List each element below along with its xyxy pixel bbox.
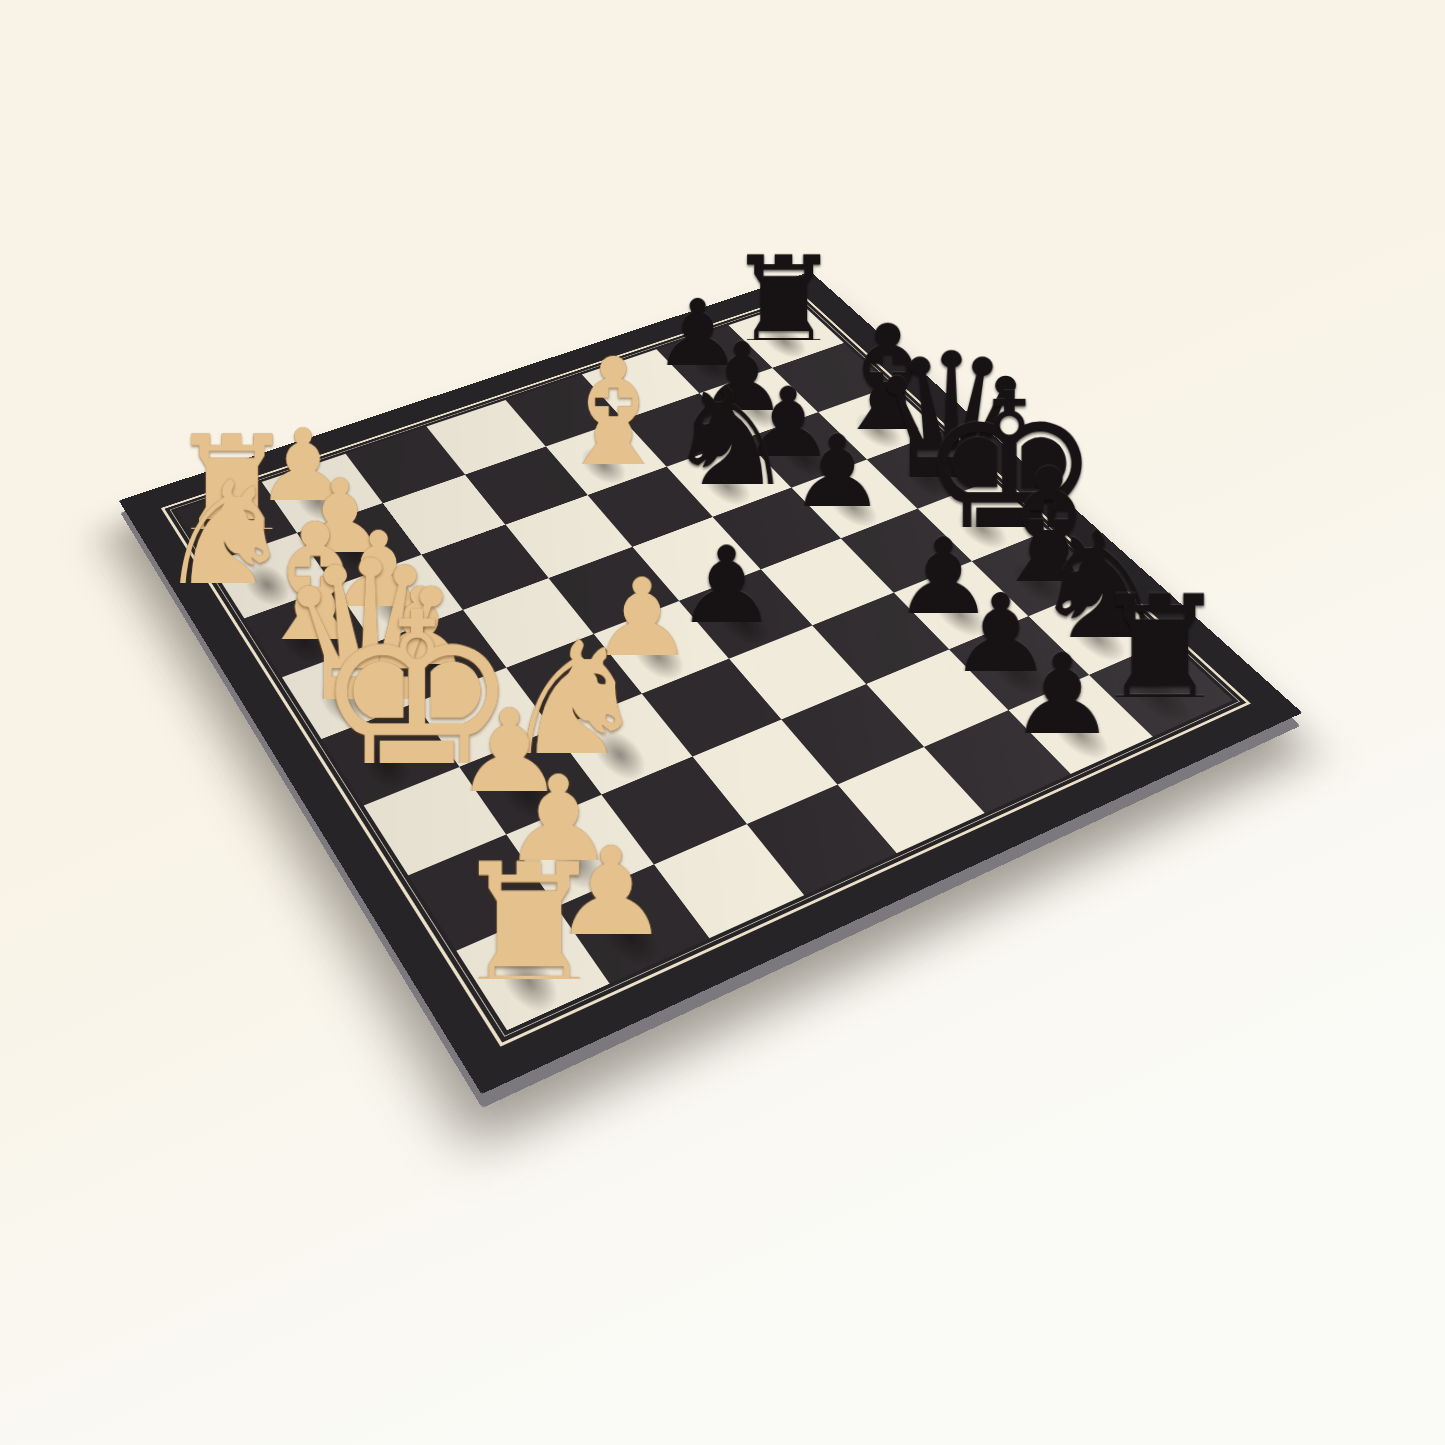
piece-shadow: [190, 497, 275, 567]
product-photo-scene: ♜♝♛♚♝♞♜♟♟♟♟♟♟♟♞♝♟♟♞♟♟♟♟♟♟♟♜♞♝♛♚♜: [0, 0, 1445, 1445]
square-h2: ♟: [557, 864, 710, 983]
piece-shadow: [474, 930, 586, 1036]
piece-shadow: [1106, 658, 1217, 740]
piece-shadow: [337, 722, 436, 810]
piece-shadow: [966, 634, 1073, 714]
chess-board: ♜♝♛♚♝♞♜♟♟♟♟♟♟♟♞♝♟♟♞♟♟♟♟♟♟♟♜♞♝♛♚♜: [119, 272, 1303, 1094]
piece-shadow: [224, 549, 312, 622]
square-e4: ♟: [594, 601, 729, 693]
piece-shadow: [574, 887, 686, 989]
board-frame: ♜♝♛♚♝♞♜♟♟♟♟♟♟♟♞♝♟♟♞♟♟♟♟♟♟♟♜♞♝♛♚♜: [119, 272, 1303, 1094]
piece-shadow: [695, 586, 794, 662]
playing-field: ♜♝♛♚♝♞♜♟♟♟♟♟♟♟♞♝♟♟♞♟♟♟♟♟♟♟♜♞♝♛♚♜: [176, 302, 1233, 1031]
